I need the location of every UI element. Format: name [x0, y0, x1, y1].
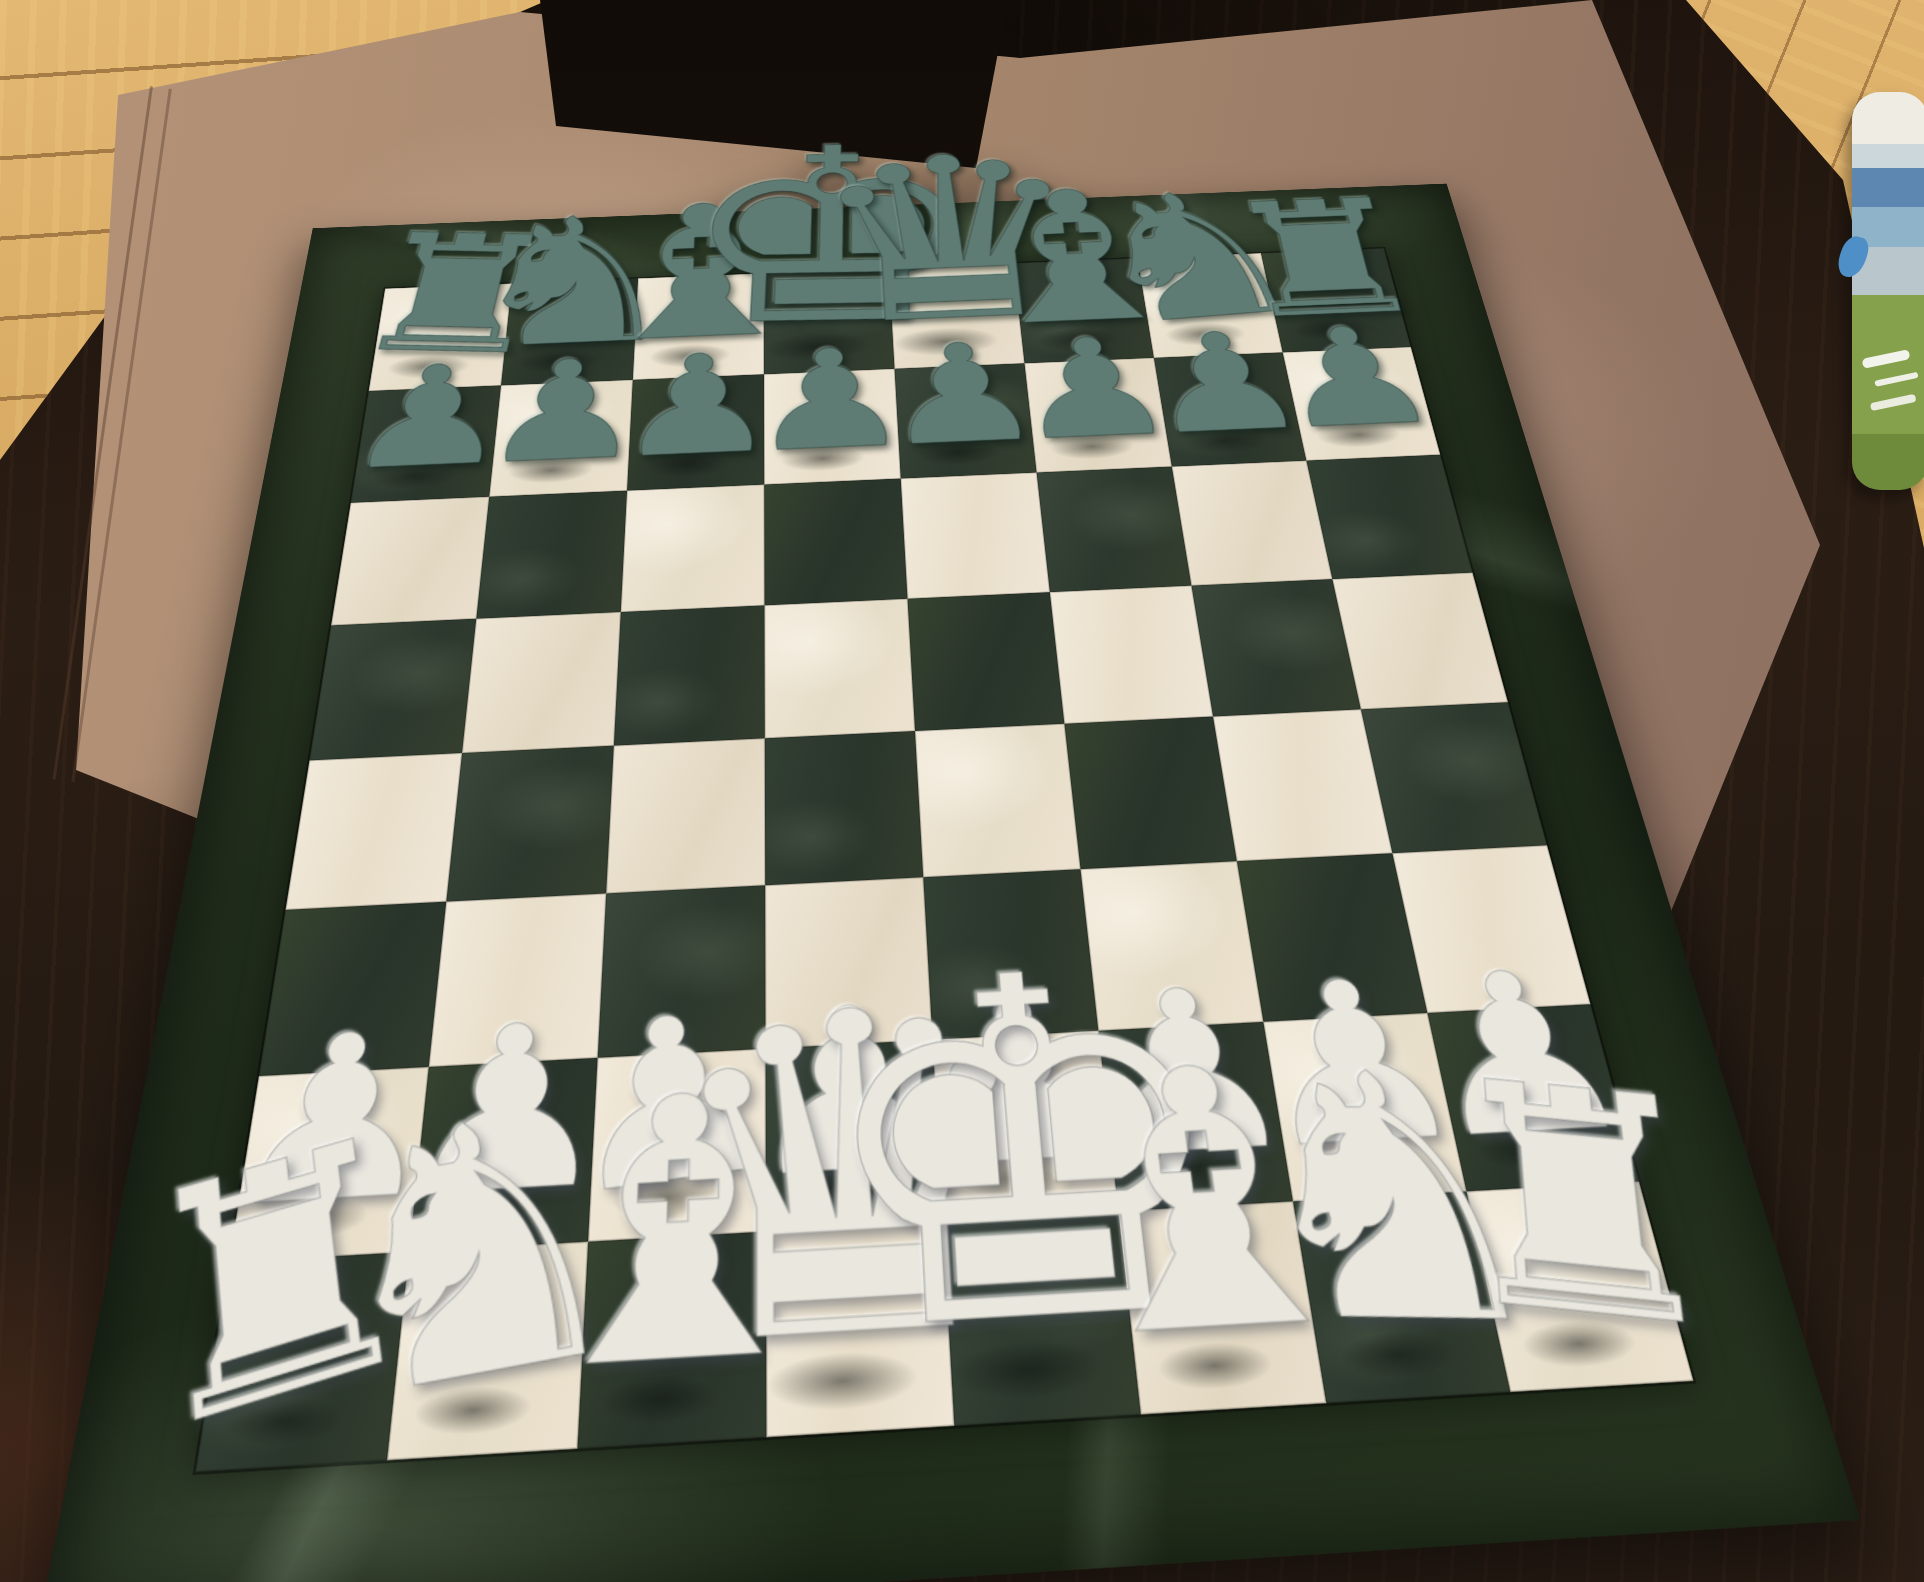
- square-g5[interactable]: [1191, 579, 1360, 716]
- square-e6[interactable]: [901, 473, 1050, 599]
- square-f4[interactable]: [1064, 717, 1236, 870]
- square-c4[interactable]: [606, 738, 765, 893]
- square-b5[interactable]: [462, 612, 621, 753]
- square-h7[interactable]: ♟: [1283, 347, 1441, 461]
- square-b7[interactable]: ♟: [489, 380, 633, 497]
- square-e4[interactable]: [915, 724, 1081, 877]
- square-c7[interactable]: ♟: [627, 374, 764, 490]
- square-h5[interactable]: [1332, 573, 1508, 710]
- square-a7[interactable]: ♟: [351, 385, 501, 502]
- square-a5[interactable]: [309, 619, 476, 761]
- photo-scene: ♜♞♝♚♛♝♞♜♟♟♟♟♟♟♟♟♟♟♟♟♟♟♟♟♜♞♝♛♚♝♞♜: [0, 0, 1924, 1582]
- square-a6[interactable]: [331, 497, 489, 626]
- square-d4[interactable]: [765, 731, 923, 885]
- square-d6[interactable]: [764, 479, 907, 606]
- sippy-cup: [1852, 92, 1924, 490]
- square-b4[interactable]: [446, 746, 614, 902]
- square-g6[interactable]: [1172, 461, 1333, 586]
- square-e5[interactable]: [908, 592, 1065, 731]
- square-f6[interactable]: [1037, 467, 1192, 593]
- square-f5[interactable]: [1050, 586, 1213, 724]
- square-a4[interactable]: [286, 753, 463, 910]
- square-b6[interactable]: [476, 491, 627, 619]
- square-d5[interactable]: [765, 599, 915, 739]
- square-c6[interactable]: [621, 485, 765, 612]
- square-h4[interactable]: [1361, 702, 1547, 853]
- square-h6[interactable]: [1306, 455, 1472, 579]
- chess-board: ♜♞♝♚♛♝♞♜♟♟♟♟♟♟♟♟♟♟♟♟♟♟♟♟♜♞♝♛♚♝♞♜: [195, 248, 1693, 1472]
- piece-white-rook[interactable]: ♜: [1453, 1025, 1774, 1378]
- cup-label-squiggle: [1861, 349, 1910, 369]
- square-c5[interactable]: [614, 605, 765, 745]
